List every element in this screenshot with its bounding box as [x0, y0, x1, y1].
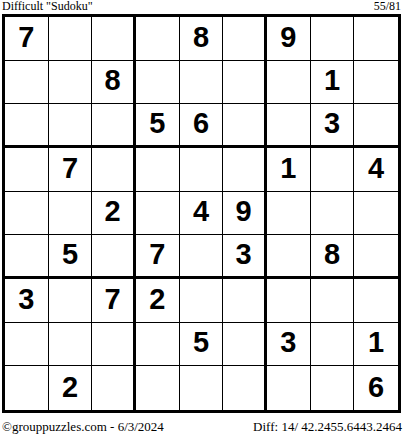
empty-cell-counter: 55/81	[374, 0, 401, 13]
cell-r2c1-empty[interactable]	[5, 61, 49, 105]
cell-r1c9-empty[interactable]	[354, 17, 398, 61]
cell-r1c6-empty[interactable]	[223, 17, 267, 61]
cell-r4c4-empty[interactable]	[136, 148, 180, 192]
cell-r5c6-given: 9	[223, 192, 267, 236]
cell-r9c6-empty[interactable]	[223, 366, 267, 410]
cell-r2c2-empty[interactable]	[49, 61, 93, 105]
cell-r3c3-empty[interactable]	[92, 104, 136, 148]
cell-r8c5-given: 5	[180, 323, 224, 367]
cell-r9c2-given: 2	[49, 366, 93, 410]
cell-r8c4-empty[interactable]	[136, 323, 180, 367]
cell-r3c2-empty[interactable]	[49, 104, 93, 148]
header: Difficult "Sudoku" 55/81	[2, 0, 401, 14]
cell-r2c4-empty[interactable]	[136, 61, 180, 105]
cell-r7c4-given: 2	[136, 279, 180, 323]
cell-r9c8-empty[interactable]	[311, 366, 355, 410]
cell-r3c7-empty[interactable]	[267, 104, 311, 148]
cell-r9c4-empty[interactable]	[136, 366, 180, 410]
cell-r4c9-given: 4	[354, 148, 398, 192]
cell-r6c3-empty[interactable]	[92, 235, 136, 279]
cell-r9c7-empty[interactable]	[267, 366, 311, 410]
cell-r7c3-given: 7	[92, 279, 136, 323]
cell-r8c3-empty[interactable]	[92, 323, 136, 367]
cell-r3c1-empty[interactable]	[5, 104, 49, 148]
cell-r8c8-empty[interactable]	[311, 323, 355, 367]
cell-r8c9-given: 1	[354, 323, 398, 367]
cell-r3c6-empty[interactable]	[223, 104, 267, 148]
cell-r1c8-empty[interactable]	[311, 17, 355, 61]
cell-r8c1-empty[interactable]	[5, 323, 49, 367]
cell-r2c7-empty[interactable]	[267, 61, 311, 105]
cell-r7c2-empty[interactable]	[49, 279, 93, 323]
cell-r2c6-empty[interactable]	[223, 61, 267, 105]
cell-r5c5-given: 4	[180, 192, 224, 236]
cell-r5c4-empty[interactable]	[136, 192, 180, 236]
cell-r1c4-empty[interactable]	[136, 17, 180, 61]
sudoku-board: 78981563714249573837253126	[2, 14, 401, 413]
cell-r4c5-empty[interactable]	[180, 148, 224, 192]
cell-r6c1-empty[interactable]	[5, 235, 49, 279]
cell-r1c7-given: 9	[267, 17, 311, 61]
cell-r6c4-given: 7	[136, 235, 180, 279]
cell-r4c1-empty[interactable]	[5, 148, 49, 192]
footer: ©grouppuzzles.com - 6/3/2024 Diff: 14/ 4…	[2, 420, 402, 434]
cell-r1c2-empty[interactable]	[49, 17, 93, 61]
cell-r5c9-empty[interactable]	[354, 192, 398, 236]
cell-r7c8-empty[interactable]	[311, 279, 355, 323]
cell-r9c9-given: 6	[354, 366, 398, 410]
cell-r9c1-empty[interactable]	[5, 366, 49, 410]
cell-r4c6-empty[interactable]	[223, 148, 267, 192]
cell-r8c6-empty[interactable]	[223, 323, 267, 367]
cell-r3c5-given: 6	[180, 104, 224, 148]
cell-r5c8-empty[interactable]	[311, 192, 355, 236]
cell-r5c7-empty[interactable]	[267, 192, 311, 236]
cell-r2c3-given: 8	[92, 61, 136, 105]
cell-r6c5-empty[interactable]	[180, 235, 224, 279]
difficulty-text: Diff: 14/ 42.2455.6443.2464	[253, 420, 402, 434]
cell-r3c4-given: 5	[136, 104, 180, 148]
cell-r4c8-empty[interactable]	[311, 148, 355, 192]
cell-r6c9-empty[interactable]	[354, 235, 398, 279]
cell-r8c2-empty[interactable]	[49, 323, 93, 367]
cell-r7c1-given: 3	[5, 279, 49, 323]
cell-r4c2-given: 7	[49, 148, 93, 192]
cell-r1c5-given: 8	[180, 17, 224, 61]
cell-r6c2-given: 5	[49, 235, 93, 279]
cell-r2c9-empty[interactable]	[354, 61, 398, 105]
cell-r8c7-given: 3	[267, 323, 311, 367]
cell-r6c8-given: 8	[311, 235, 355, 279]
cell-r3c9-empty[interactable]	[354, 104, 398, 148]
cell-r6c6-given: 3	[223, 235, 267, 279]
sudoku-page: Difficult "Sudoku" 55/81 789815637142495…	[0, 0, 403, 437]
cell-r9c5-empty[interactable]	[180, 366, 224, 410]
cell-r5c1-empty[interactable]	[5, 192, 49, 236]
cell-r3c8-given: 3	[311, 104, 355, 148]
cell-r1c1-given: 7	[5, 17, 49, 61]
cell-r4c3-empty[interactable]	[92, 148, 136, 192]
cell-r7c7-empty[interactable]	[267, 279, 311, 323]
cell-r1c3-empty[interactable]	[92, 17, 136, 61]
cell-r2c5-empty[interactable]	[180, 61, 224, 105]
puzzle-title: Difficult "Sudoku"	[2, 0, 93, 13]
cell-r5c2-empty[interactable]	[49, 192, 93, 236]
cell-r7c5-empty[interactable]	[180, 279, 224, 323]
cell-r7c6-empty[interactable]	[223, 279, 267, 323]
cell-r5c3-given: 2	[92, 192, 136, 236]
cell-r9c3-empty[interactable]	[92, 366, 136, 410]
cell-r6c7-empty[interactable]	[267, 235, 311, 279]
copyright-text: ©grouppuzzles.com - 6/3/2024	[2, 420, 164, 434]
cell-r7c9-empty[interactable]	[354, 279, 398, 323]
cell-r4c7-given: 1	[267, 148, 311, 192]
cell-r2c8-given: 1	[311, 61, 355, 105]
